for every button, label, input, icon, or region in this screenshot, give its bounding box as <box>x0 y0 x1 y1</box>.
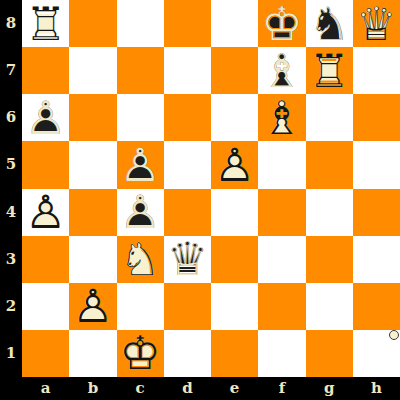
square-d6[interactable] <box>164 94 211 141</box>
square-c6[interactable] <box>117 94 164 141</box>
piece-white-queen-h8[interactable]: ♛♕ <box>353 0 400 47</box>
square-c1[interactable]: ♚♔ <box>117 330 164 377</box>
file-labels: abcdefgh <box>22 377 400 400</box>
file-label-c: c <box>117 377 164 400</box>
black-queen-glyph: ♛ <box>164 236 211 283</box>
white-knight-glyph-outline: ♘ <box>117 236 164 283</box>
turn-indicator <box>389 330 399 340</box>
white-pawn-glyph: ♟ <box>211 141 258 188</box>
square-g4[interactable] <box>306 189 353 236</box>
white-pawn-glyph-outline: ♙ <box>22 189 69 236</box>
square-h3[interactable] <box>353 236 400 283</box>
square-d7[interactable] <box>164 47 211 94</box>
square-c2[interactable] <box>117 283 164 330</box>
piece-white-king-c1[interactable]: ♚♔ <box>117 330 164 377</box>
square-e1[interactable] <box>211 330 258 377</box>
rank-label-4: 4 <box>0 189 22 236</box>
rank-labels: 87654321 <box>0 0 22 377</box>
square-b5[interactable] <box>69 141 116 188</box>
white-rook-glyph-outline: ♖ <box>306 47 353 94</box>
square-h5[interactable] <box>353 141 400 188</box>
square-f6[interactable]: ♝♗ <box>258 94 305 141</box>
square-h2[interactable] <box>353 283 400 330</box>
file-label-a: a <box>22 377 69 400</box>
white-king-glyph-outline: ♔ <box>117 330 164 377</box>
square-f7[interactable]: ♝♗ <box>258 47 305 94</box>
square-a8[interactable]: ♜♖ <box>22 0 69 47</box>
file-label-h: h <box>353 377 400 400</box>
square-c7[interactable] <box>117 47 164 94</box>
black-king-glyph-outline: ♔ <box>258 0 305 47</box>
square-f5[interactable] <box>258 141 305 188</box>
square-g7[interactable]: ♜♖ <box>306 47 353 94</box>
square-f1[interactable] <box>258 330 305 377</box>
square-f2[interactable] <box>258 283 305 330</box>
piece-white-rook-g7[interactable]: ♜♖ <box>306 47 353 94</box>
square-e3[interactable] <box>211 236 258 283</box>
square-b1[interactable] <box>69 330 116 377</box>
square-b3[interactable] <box>69 236 116 283</box>
rank-label-8: 8 <box>0 0 22 47</box>
square-f8[interactable]: ♚♔ <box>258 0 305 47</box>
square-a3[interactable] <box>22 236 69 283</box>
piece-black-king-f8[interactable]: ♚♔ <box>258 0 305 47</box>
chess-board-frame: 87654321 ♜♖♚♔♞♘♛♕♝♗♜♖♟♙♝♗♟♙♟♙♟♙♟♙♞♘♛♕♟♙♚… <box>0 0 400 400</box>
white-queen-glyph-outline: ♕ <box>353 0 400 47</box>
piece-black-pawn-c5[interactable]: ♟♙ <box>117 141 164 188</box>
square-h8[interactable]: ♛♕ <box>353 0 400 47</box>
square-e6[interactable] <box>211 94 258 141</box>
square-b8[interactable] <box>69 0 116 47</box>
piece-black-pawn-a6[interactable]: ♟♙ <box>22 94 69 141</box>
white-rook-glyph: ♜ <box>306 47 353 94</box>
file-label-f: f <box>258 377 305 400</box>
file-label-e: e <box>211 377 258 400</box>
white-knight-glyph: ♞ <box>117 236 164 283</box>
piece-white-pawn-a4[interactable]: ♟♙ <box>22 189 69 236</box>
square-c5[interactable]: ♟♙ <box>117 141 164 188</box>
square-g1[interactable] <box>306 330 353 377</box>
square-g6[interactable] <box>306 94 353 141</box>
black-knight-glyph-outline: ♘ <box>306 0 353 47</box>
square-g3[interactable] <box>306 236 353 283</box>
piece-black-bishop-f7[interactable]: ♝♗ <box>258 47 305 94</box>
black-pawn-glyph-outline: ♙ <box>117 189 164 236</box>
rank-label-2: 2 <box>0 283 22 330</box>
rank-label-7: 7 <box>0 47 22 94</box>
piece-white-pawn-e5[interactable]: ♟♙ <box>211 141 258 188</box>
black-queen-glyph-outline: ♕ <box>164 236 211 283</box>
rank-label-6: 6 <box>0 94 22 141</box>
piece-black-pawn-c4[interactable]: ♟♙ <box>117 189 164 236</box>
square-f4[interactable] <box>258 189 305 236</box>
square-e5[interactable]: ♟♙ <box>211 141 258 188</box>
piece-black-queen-d3[interactable]: ♛♕ <box>164 236 211 283</box>
file-label-d: d <box>164 377 211 400</box>
square-d2[interactable] <box>164 283 211 330</box>
square-a6[interactable]: ♟♙ <box>22 94 69 141</box>
black-pawn-glyph: ♟ <box>117 189 164 236</box>
black-bishop-glyph-outline: ♗ <box>258 47 305 94</box>
piece-white-bishop-f6[interactable]: ♝♗ <box>258 94 305 141</box>
black-knight-glyph: ♞ <box>306 0 353 47</box>
rank-label-5: 5 <box>0 141 22 188</box>
white-bishop-glyph: ♝ <box>258 94 305 141</box>
square-h4[interactable] <box>353 189 400 236</box>
black-pawn-glyph-outline: ♙ <box>22 94 69 141</box>
square-f3[interactable] <box>258 236 305 283</box>
file-label-b: b <box>69 377 116 400</box>
square-b7[interactable] <box>69 47 116 94</box>
white-pawn-glyph: ♟ <box>69 283 116 330</box>
chess-board: ♜♖♚♔♞♘♛♕♝♗♜♖♟♙♝♗♟♙♟♙♟♙♟♙♞♘♛♕♟♙♚♔ <box>22 0 400 377</box>
square-b4[interactable] <box>69 189 116 236</box>
rank-label-3: 3 <box>0 236 22 283</box>
white-pawn-glyph-outline: ♙ <box>69 283 116 330</box>
square-h6[interactable] <box>353 94 400 141</box>
black-pawn-glyph: ♟ <box>117 141 164 188</box>
square-d1[interactable] <box>164 330 211 377</box>
square-a4[interactable]: ♟♙ <box>22 189 69 236</box>
white-pawn-glyph-outline: ♙ <box>211 141 258 188</box>
rank-label-1: 1 <box>0 330 22 377</box>
black-pawn-glyph: ♟ <box>22 94 69 141</box>
square-d4[interactable] <box>164 189 211 236</box>
square-e8[interactable] <box>211 0 258 47</box>
piece-white-rook-a8[interactable]: ♜♖ <box>22 0 69 47</box>
piece-white-knight-c3[interactable]: ♞♘ <box>117 236 164 283</box>
white-king-glyph: ♚ <box>117 330 164 377</box>
square-g8[interactable]: ♞♘ <box>306 0 353 47</box>
file-label-g: g <box>306 377 353 400</box>
piece-black-knight-g8[interactable]: ♞♘ <box>306 0 353 47</box>
square-d8[interactable] <box>164 0 211 47</box>
square-c3[interactable]: ♞♘ <box>117 236 164 283</box>
square-g2[interactable] <box>306 283 353 330</box>
square-e4[interactable] <box>211 189 258 236</box>
square-b6[interactable] <box>69 94 116 141</box>
black-pawn-glyph-outline: ♙ <box>117 141 164 188</box>
black-bishop-glyph: ♝ <box>258 47 305 94</box>
square-g5[interactable] <box>306 141 353 188</box>
square-a1[interactable] <box>22 330 69 377</box>
square-e7[interactable] <box>211 47 258 94</box>
square-d3[interactable]: ♛♕ <box>164 236 211 283</box>
piece-white-pawn-b2[interactable]: ♟♙ <box>69 283 116 330</box>
square-c4[interactable]: ♟♙ <box>117 189 164 236</box>
square-a7[interactable] <box>22 47 69 94</box>
square-b2[interactable]: ♟♙ <box>69 283 116 330</box>
square-a5[interactable] <box>22 141 69 188</box>
square-c8[interactable] <box>117 0 164 47</box>
square-a2[interactable] <box>22 283 69 330</box>
white-rook-glyph-outline: ♖ <box>22 0 69 47</box>
white-pawn-glyph: ♟ <box>22 189 69 236</box>
white-queen-glyph: ♛ <box>353 0 400 47</box>
square-e2[interactable] <box>211 283 258 330</box>
square-d5[interactable] <box>164 141 211 188</box>
white-rook-glyph: ♜ <box>22 0 69 47</box>
black-king-glyph: ♚ <box>258 0 305 47</box>
square-h7[interactable] <box>353 47 400 94</box>
white-bishop-glyph-outline: ♗ <box>258 94 305 141</box>
